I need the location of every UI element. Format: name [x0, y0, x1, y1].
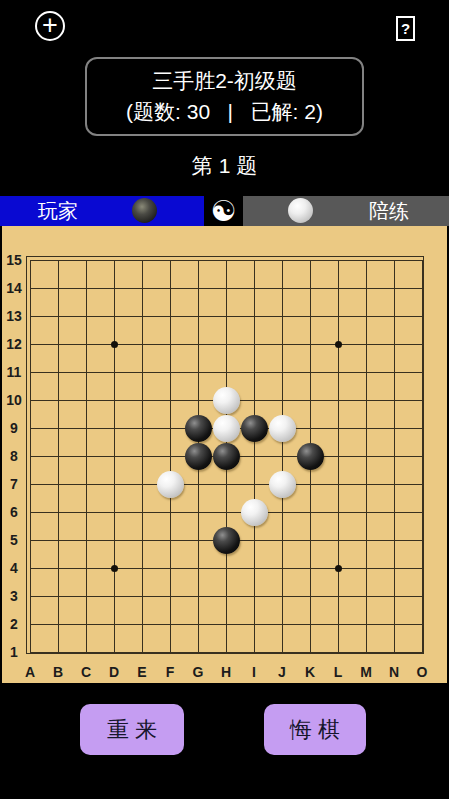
stone-H9-white: [213, 415, 240, 442]
col-label-L: L: [328, 664, 348, 680]
col-label-D: D: [104, 664, 124, 680]
level-stats: (题数: 30 | 已解: 2): [87, 98, 362, 126]
stone-H5-black: [213, 527, 240, 554]
stone-J7-white: [269, 471, 296, 498]
black-stone-icon: [132, 198, 157, 223]
row-label-12: 12: [2, 336, 26, 352]
col-label-O: O: [412, 664, 432, 680]
col-label-B: B: [48, 664, 68, 680]
row-label-11: 11: [2, 364, 26, 380]
stone-layer: [16, 246, 436, 666]
row-label-5: 5: [2, 532, 26, 548]
row-label-4: 4: [2, 560, 26, 576]
board-grid: [30, 260, 423, 653]
star-point-D12: [111, 341, 118, 348]
star-point-D4: [111, 565, 118, 572]
star-point-L12: [335, 341, 342, 348]
star-point-L4: [335, 565, 342, 572]
stone-H10-white: [213, 387, 240, 414]
ai-side-white[interactable]: 陪练: [243, 196, 449, 226]
player-label: 玩家: [38, 196, 78, 226]
player-bar: 玩家 ☯ 陪练: [0, 196, 449, 226]
row-label-3: 3: [2, 588, 26, 604]
level-title: 三手胜2-初级题: [87, 67, 362, 95]
stone-J9-white: [269, 415, 296, 442]
stone-K8-black: [297, 443, 324, 470]
stone-F7-white: [157, 471, 184, 498]
row-label-7: 7: [2, 476, 26, 492]
row-label-10: 10: [2, 392, 26, 408]
col-label-F: F: [160, 664, 180, 680]
white-stone-icon: [288, 198, 313, 223]
ai-label: 陪练: [369, 196, 409, 226]
col-label-K: K: [300, 664, 320, 680]
col-label-A: A: [20, 664, 40, 680]
yin-yang-icon[interactable]: ☯: [204, 196, 243, 226]
row-label-13: 13: [2, 308, 26, 324]
col-label-J: J: [272, 664, 292, 680]
col-label-I: I: [244, 664, 264, 680]
col-label-G: G: [188, 664, 208, 680]
undo-button[interactable]: 悔 棋: [264, 704, 366, 755]
row-label-8: 8: [2, 448, 26, 464]
col-label-M: M: [356, 664, 376, 680]
level-title-box[interactable]: 三手胜2-初级题 (题数: 30 | 已解: 2): [85, 57, 364, 136]
stone-G9-black: [185, 415, 212, 442]
row-label-2: 2: [2, 616, 26, 632]
row-label-9: 9: [2, 420, 26, 436]
restart-button[interactable]: 重 来: [80, 704, 184, 755]
col-label-N: N: [384, 664, 404, 680]
problem-number-label: 第 1 题: [0, 150, 449, 182]
side-divider: ☯: [204, 196, 243, 226]
stone-I9-black: [241, 415, 268, 442]
col-label-C: C: [76, 664, 96, 680]
stone-I6-white: [241, 499, 268, 526]
player-side-black[interactable]: 玩家: [0, 196, 204, 226]
stone-H8-black: [213, 443, 240, 470]
row-label-1: 1: [2, 644, 26, 660]
add-icon[interactable]: +: [35, 11, 65, 41]
row-label-14: 14: [2, 280, 26, 296]
col-label-H: H: [216, 664, 236, 680]
stone-G8-black: [185, 443, 212, 470]
row-label-15: 15: [2, 252, 26, 268]
row-label-6: 6: [2, 504, 26, 520]
col-label-E: E: [132, 664, 152, 680]
help-icon[interactable]: ?: [396, 16, 415, 41]
gomoku-board[interactable]: 151413121110987654321 ABCDEFGHIJKLMNO: [2, 226, 447, 683]
